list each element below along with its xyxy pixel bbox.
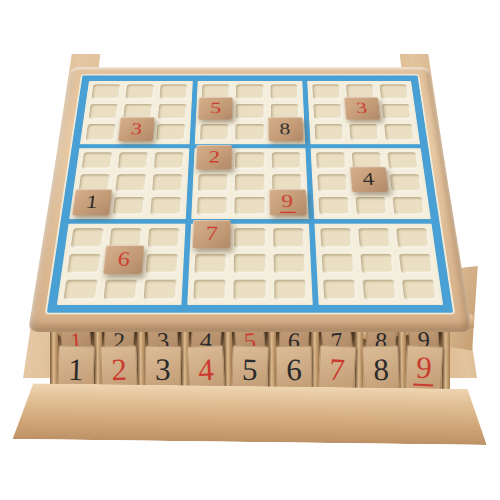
cell-r5c7[interactable]: [314, 172, 350, 193]
cell-r1c5[interactable]: [234, 83, 267, 101]
cell-r7c1[interactable]: [68, 226, 107, 249]
cell-r9c8[interactable]: [359, 277, 399, 302]
grid-box-4: 1: [69, 148, 190, 219]
cell-r9c3[interactable]: [141, 277, 181, 302]
cell-r3c1[interactable]: [83, 122, 119, 142]
cell-r6c9[interactable]: [389, 195, 427, 217]
cell-r4c6[interactable]: [269, 150, 304, 171]
cell-r5c3[interactable]: [149, 172, 185, 193]
grid-box-3: 3: [307, 81, 420, 144]
grid-box-8: 7: [188, 224, 313, 305]
cell-r6c2[interactable]: [110, 195, 148, 217]
cell-r6c6[interactable]: 9: [269, 195, 305, 217]
cell-r2c3[interactable]: [155, 102, 189, 121]
board-tile-3-r2c8[interactable]: 3: [343, 97, 380, 120]
cell-r4c2[interactable]: [115, 150, 151, 171]
cell-r8c2[interactable]: 6: [103, 251, 143, 275]
cell-r8c4[interactable]: [192, 251, 230, 275]
cell-r7c9[interactable]: [393, 226, 432, 249]
cell-r4c1[interactable]: [79, 150, 116, 171]
cell-r8c5[interactable]: [231, 251, 268, 275]
cell-r6c1[interactable]: 1: [72, 195, 110, 217]
cell-r6c4[interactable]: [194, 195, 230, 217]
board-tile-9-r6c6[interactable]: 9: [268, 189, 306, 215]
cell-r7c4[interactable]: 7: [193, 226, 230, 249]
cell-r9c5[interactable]: [231, 277, 269, 302]
cell-r3c5[interactable]: [233, 122, 267, 142]
cell-r1c7[interactable]: [309, 83, 343, 101]
grid-box-6: 4: [310, 148, 431, 219]
drawer-front-tile-9[interactable]: 9: [405, 345, 443, 393]
cell-r8c3[interactable]: [143, 251, 182, 275]
cell-r2c4[interactable]: 5: [199, 102, 232, 121]
cell-r6c7[interactable]: [315, 195, 352, 217]
drawer-front-tile-7[interactable]: 7: [318, 345, 356, 393]
cell-r2c5[interactable]: [233, 102, 266, 121]
cell-r6c8[interactable]: [352, 195, 390, 217]
cell-r8c6[interactable]: [270, 251, 308, 275]
cell-r7c5[interactable]: [232, 226, 269, 249]
board-tile-7-r7c4[interactable]: 7: [192, 220, 231, 248]
cell-r1c2[interactable]: [123, 83, 157, 101]
board-tile-3-r3c2[interactable]: 3: [118, 117, 155, 140]
cell-r8c7[interactable]: [318, 251, 357, 275]
board-tile-8-r3c6[interactable]: 8: [267, 117, 303, 140]
board-3d: 3583129467: [28, 67, 472, 332]
board-tile-5-r2c4[interactable]: 5: [198, 97, 233, 120]
cell-r8c8[interactable]: [357, 251, 397, 275]
cell-r7c3[interactable]: [145, 226, 183, 249]
cell-r7c7[interactable]: [317, 226, 355, 249]
board-tile-4-r5c8[interactable]: 4: [349, 167, 388, 192]
grid-box-1: 3: [80, 81, 193, 144]
cell-r5c2[interactable]: [113, 172, 150, 193]
cell-r4c9[interactable]: [384, 150, 421, 171]
cell-r1c6[interactable]: [268, 83, 301, 101]
cell-r5c4[interactable]: [195, 172, 231, 193]
cell-r5c9[interactable]: [387, 172, 425, 193]
board-tile-6-r8c2[interactable]: 6: [103, 245, 145, 274]
cell-r8c1[interactable]: [64, 251, 104, 275]
cell-r7c8[interactable]: [355, 226, 394, 249]
cell-r2c9[interactable]: [379, 102, 414, 121]
cell-r5c5[interactable]: [232, 172, 267, 193]
cell-r9c1[interactable]: [60, 277, 101, 302]
sudoku-grid: 3583129467: [57, 81, 443, 305]
cell-r3c4[interactable]: [198, 122, 232, 142]
grid-box-5: 29: [192, 148, 309, 219]
cell-r2c1[interactable]: [86, 102, 121, 121]
board-tile-2-r4c4[interactable]: 2: [196, 145, 233, 170]
drawer-front-tile-6[interactable]: 6: [275, 346, 312, 393]
cell-r2c7[interactable]: [311, 102, 345, 121]
cell-r9c4[interactable]: [191, 277, 230, 302]
cell-r2c8[interactable]: 3: [345, 102, 380, 121]
cell-r4c3[interactable]: [151, 150, 187, 171]
cell-r7c6[interactable]: [270, 226, 307, 249]
drawer-front-tile-5[interactable]: 5: [231, 345, 269, 392]
cell-r6c3[interactable]: [148, 195, 185, 217]
product-photo: 112233445566778899 3583129467: [0, 0, 500, 500]
drawer-front-panel[interactable]: [13, 383, 488, 445]
cell-r3c3[interactable]: [154, 122, 189, 142]
cell-r9c6[interactable]: [271, 277, 310, 302]
drawer-front-tile-8[interactable]: 8: [362, 345, 400, 392]
grid-box-7: 6: [57, 224, 186, 305]
cell-r5c8[interactable]: 4: [351, 172, 388, 193]
cell-r9c7[interactable]: [320, 277, 360, 302]
cell-r3c7[interactable]: [312, 122, 347, 142]
cell-r3c9[interactable]: [381, 122, 417, 142]
cell-r6c5[interactable]: [232, 195, 268, 217]
cell-r9c9[interactable]: [399, 277, 440, 302]
cell-r4c4[interactable]: 2: [196, 150, 231, 171]
cell-r1c1[interactable]: [89, 83, 124, 101]
cell-r4c5[interactable]: [233, 150, 268, 171]
cell-r1c9[interactable]: [377, 83, 412, 101]
board-tile-1-r6c1[interactable]: 1: [72, 189, 113, 215]
grid-panel: 3583129467: [47, 75, 453, 312]
cell-r3c2[interactable]: 3: [118, 122, 153, 142]
board-frame: 3583129467: [28, 67, 472, 332]
cell-r3c6[interactable]: 8: [268, 122, 302, 142]
cell-r4c7[interactable]: [313, 150, 349, 171]
cell-r3c8[interactable]: [346, 122, 381, 142]
cell-r1c3[interactable]: [157, 83, 191, 101]
grid-box-2: 58: [195, 81, 305, 144]
cell-r8c9[interactable]: [396, 251, 436, 275]
grid-box-9: [314, 224, 443, 305]
cell-r9c2[interactable]: [100, 277, 140, 302]
